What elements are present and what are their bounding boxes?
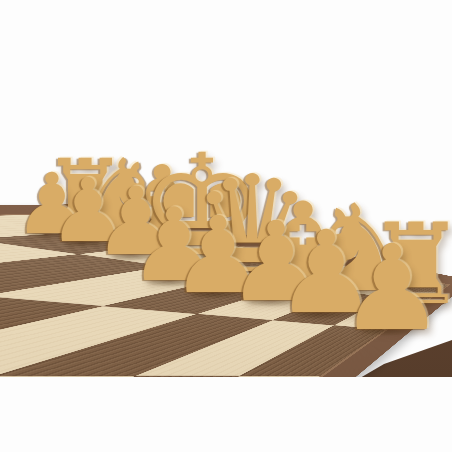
piece-white-pawn-a2[interactable]: ♟ xyxy=(339,229,445,347)
pawn-glyph: ♟ xyxy=(339,229,445,347)
product-photo-canvas: ♜♞♝♚♛♝♞♜♟♟♟♟♟♟♟♟ xyxy=(0,0,452,452)
square-c4[interactable] xyxy=(0,376,135,377)
